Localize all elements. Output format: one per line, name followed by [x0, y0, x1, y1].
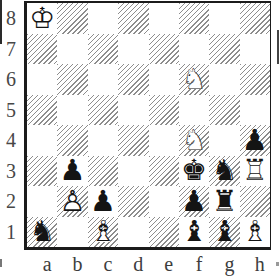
rank-label-3: 3	[0, 156, 22, 187]
file-label-c: c	[103, 252, 112, 276]
piece-black-king: ♚	[179, 156, 209, 187]
square-g1: ♝	[209, 217, 239, 248]
square-b6	[57, 64, 87, 95]
square-h6	[240, 64, 270, 95]
square-b5	[57, 95, 87, 126]
square-a5	[27, 95, 57, 126]
square-d6	[118, 64, 148, 95]
square-g4	[209, 125, 239, 156]
piece-white-knight: ♞♘	[179, 64, 209, 95]
square-h8	[240, 3, 270, 34]
file-label-a: a	[43, 252, 52, 276]
square-g2: ♜	[209, 186, 239, 217]
square-b4	[57, 125, 87, 156]
piece-white-rook: ♜♖	[240, 156, 270, 187]
piece-black-pawn: ♟	[88, 186, 118, 217]
piece-white-king: ♚♔	[27, 3, 57, 34]
square-e3	[149, 156, 179, 187]
piece-white-bishop: ♝♗	[240, 217, 270, 248]
rank-label-4: 4	[0, 125, 22, 156]
piece-black-knight: ♞	[27, 217, 57, 248]
square-c3	[88, 156, 118, 187]
square-f1: ♝	[179, 217, 209, 248]
square-g8	[209, 3, 239, 34]
file-labels: abcdefgh	[0, 250, 279, 279]
square-f7	[179, 34, 209, 65]
square-a3	[27, 156, 57, 187]
square-b8	[57, 3, 87, 34]
rank-label-7: 7	[0, 34, 22, 65]
square-c2: ♟	[88, 186, 118, 217]
square-a7	[27, 34, 57, 65]
board: ♚♔♞♘♞♘♟♟♚♞♜♖♟♙♟♟♜♞♝♗♝♝♝♗	[24, 1, 271, 250]
square-h2	[240, 186, 270, 217]
piece-black-pawn: ♟	[57, 156, 87, 187]
square-h5	[240, 95, 270, 126]
square-a8: ♚♔	[27, 3, 57, 34]
square-c8	[88, 3, 118, 34]
square-c4	[88, 125, 118, 156]
square-e7	[149, 34, 179, 65]
piece-black-pawn: ♟	[240, 125, 270, 156]
square-a2	[27, 186, 57, 217]
piece-black-rook: ♜	[209, 186, 239, 217]
piece-black-knight: ♞	[209, 156, 239, 187]
square-d7	[118, 34, 148, 65]
chess-diagram: 87654321 ♚♔♞♘♞♘♟♟♚♞♜♖♟♙♟♟♜♞♝♗♝♝♝♗ abcdef…	[0, 0, 279, 279]
square-d4	[118, 125, 148, 156]
piece-black-pawn: ♟	[179, 186, 209, 217]
file-label-h: h	[255, 252, 265, 276]
square-f6: ♞♘	[179, 64, 209, 95]
rank-label-2: 2	[0, 186, 22, 217]
square-d3	[118, 156, 148, 187]
square-d1	[118, 217, 148, 248]
rank-labels: 87654321	[0, 0, 24, 250]
piece-white-bishop: ♝♗	[88, 217, 118, 248]
square-f5	[179, 95, 209, 126]
file-label-e: e	[164, 252, 173, 276]
square-e8	[149, 3, 179, 34]
file-label-f: f	[196, 252, 203, 276]
square-e1	[149, 217, 179, 248]
square-f8	[179, 3, 209, 34]
square-a6	[27, 64, 57, 95]
square-g3: ♞	[209, 156, 239, 187]
square-e2	[149, 186, 179, 217]
square-h3: ♜♖	[240, 156, 270, 187]
rank-label-6: 6	[0, 64, 22, 95]
page-frame-artifact	[277, 30, 279, 64]
square-d8	[118, 3, 148, 34]
piece-white-pawn: ♟♙	[57, 186, 87, 217]
rank-label-1: 1	[0, 217, 22, 248]
square-c1: ♝♗	[88, 217, 118, 248]
square-f4: ♞♘	[179, 125, 209, 156]
file-label-d: d	[133, 252, 143, 276]
square-b1	[57, 217, 87, 248]
square-g6	[209, 64, 239, 95]
piece-white-knight: ♞♘	[179, 125, 209, 156]
file-label-b: b	[73, 252, 83, 276]
square-g5	[209, 95, 239, 126]
square-c5	[88, 95, 118, 126]
square-h1: ♝♗	[240, 217, 270, 248]
square-d2	[118, 186, 148, 217]
square-d5	[118, 95, 148, 126]
square-b2: ♟♙	[57, 186, 87, 217]
square-c6	[88, 64, 118, 95]
square-a4	[27, 125, 57, 156]
square-b7	[57, 34, 87, 65]
square-f3: ♚	[179, 156, 209, 187]
square-h7	[240, 34, 270, 65]
square-e4	[149, 125, 179, 156]
square-a1: ♞	[27, 217, 57, 248]
square-e6	[149, 64, 179, 95]
square-g7	[209, 34, 239, 65]
square-h4: ♟	[240, 125, 270, 156]
rank-label-8: 8	[0, 3, 22, 34]
square-f2: ♟	[179, 186, 209, 217]
square-b3: ♟	[57, 156, 87, 187]
square-e5	[149, 95, 179, 126]
square-c7	[88, 34, 118, 65]
piece-black-bishop: ♝	[209, 217, 239, 248]
file-label-g: g	[224, 252, 234, 276]
piece-black-bishop: ♝	[179, 217, 209, 248]
rank-label-5: 5	[0, 95, 22, 126]
